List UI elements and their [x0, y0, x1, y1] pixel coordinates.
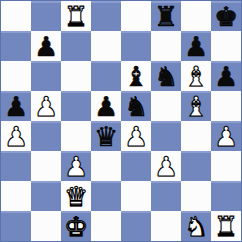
square-g6[interactable]: ♝: [181, 61, 211, 91]
square-f2[interactable]: [151, 181, 181, 211]
square-g8[interactable]: [181, 1, 211, 31]
square-e3[interactable]: [121, 151, 151, 181]
square-c4[interactable]: [61, 121, 91, 151]
square-g5[interactable]: ♝: [181, 91, 211, 121]
piece-white-rook: ♜: [64, 3, 88, 30]
piece-white-king: ♚: [64, 213, 88, 240]
square-e7[interactable]: [121, 31, 151, 61]
square-e2[interactable]: [121, 181, 151, 211]
piece-white-pawn: ♟: [64, 153, 88, 180]
square-f1[interactable]: [151, 211, 181, 241]
square-g4[interactable]: [181, 121, 211, 151]
chess-board: ♜♜♚♟♟♝♞♝♟♟♟♟♞♝♟♛♟♟♟♟♛♚♞♜: [0, 0, 242, 242]
piece-black-pawn: ♟: [184, 33, 208, 60]
piece-white-rook: ♜: [214, 213, 238, 240]
square-a8[interactable]: [1, 1, 31, 31]
square-d8[interactable]: [91, 1, 121, 31]
square-d6[interactable]: [91, 61, 121, 91]
square-b3[interactable]: [31, 151, 61, 181]
square-d3[interactable]: [91, 151, 121, 181]
square-b2[interactable]: [31, 181, 61, 211]
piece-black-pawn: ♟: [214, 63, 238, 90]
square-h6[interactable]: ♟: [211, 61, 241, 91]
square-f8[interactable]: ♜: [151, 1, 181, 31]
square-b4[interactable]: [31, 121, 61, 151]
square-e6[interactable]: ♝: [121, 61, 151, 91]
square-g7[interactable]: ♟: [181, 31, 211, 61]
square-a7[interactable]: [1, 31, 31, 61]
square-f3[interactable]: ♟: [151, 151, 181, 181]
piece-black-queen: ♛: [94, 123, 118, 150]
square-c1[interactable]: ♚: [61, 211, 91, 241]
piece-black-pawn: ♟: [94, 93, 118, 120]
piece-white-bishop: ♝: [184, 93, 208, 120]
square-a4[interactable]: ♟: [1, 121, 31, 151]
piece-white-bishop: ♝: [184, 63, 208, 90]
square-a6[interactable]: [1, 61, 31, 91]
piece-white-queen: ♛: [64, 183, 88, 210]
square-a2[interactable]: [1, 181, 31, 211]
square-f7[interactable]: [151, 31, 181, 61]
square-f5[interactable]: [151, 91, 181, 121]
square-a1[interactable]: [1, 211, 31, 241]
square-c8[interactable]: ♜: [61, 1, 91, 31]
square-e4[interactable]: ♟: [121, 121, 151, 151]
piece-black-pawn: ♟: [34, 33, 58, 60]
piece-black-knight: ♞: [154, 63, 178, 90]
square-a3[interactable]: [1, 151, 31, 181]
square-e8[interactable]: [121, 1, 151, 31]
square-e1[interactable]: [121, 211, 151, 241]
piece-white-pawn: ♟: [154, 153, 178, 180]
piece-white-pawn: ♟: [124, 123, 148, 150]
square-h7[interactable]: [211, 31, 241, 61]
square-b8[interactable]: [31, 1, 61, 31]
square-f4[interactable]: [151, 121, 181, 151]
square-g2[interactable]: [181, 181, 211, 211]
square-g3[interactable]: [181, 151, 211, 181]
square-b5[interactable]: ♟: [31, 91, 61, 121]
square-h1[interactable]: ♜: [211, 211, 241, 241]
square-b7[interactable]: ♟: [31, 31, 61, 61]
square-c5[interactable]: [61, 91, 91, 121]
square-a5[interactable]: ♟: [1, 91, 31, 121]
square-h3[interactable]: [211, 151, 241, 181]
square-c3[interactable]: ♟: [61, 151, 91, 181]
square-f6[interactable]: ♞: [151, 61, 181, 91]
square-h4[interactable]: ♟: [211, 121, 241, 151]
square-c7[interactable]: [61, 31, 91, 61]
square-d1[interactable]: [91, 211, 121, 241]
piece-white-pawn: ♟: [34, 93, 58, 120]
piece-white-knight: ♞: [184, 213, 208, 240]
piece-black-bishop: ♝: [124, 63, 148, 90]
square-d5[interactable]: ♟: [91, 91, 121, 121]
square-d7[interactable]: [91, 31, 121, 61]
square-b1[interactable]: [31, 211, 61, 241]
piece-black-pawn: ♟: [4, 93, 28, 120]
square-h8[interactable]: ♚: [211, 1, 241, 31]
square-c2[interactable]: ♛: [61, 181, 91, 211]
square-b6[interactable]: [31, 61, 61, 91]
square-c6[interactable]: [61, 61, 91, 91]
square-d4[interactable]: ♛: [91, 121, 121, 151]
piece-black-king: ♚: [214, 3, 238, 30]
piece-black-rook: ♜: [154, 3, 178, 30]
square-h2[interactable]: [211, 181, 241, 211]
piece-white-pawn: ♟: [4, 123, 28, 150]
piece-black-knight: ♞: [124, 93, 148, 120]
piece-white-pawn: ♟: [214, 123, 238, 150]
square-d2[interactable]: [91, 181, 121, 211]
square-e5[interactable]: ♞: [121, 91, 151, 121]
square-g1[interactable]: ♞: [181, 211, 211, 241]
square-h5[interactable]: [211, 91, 241, 121]
